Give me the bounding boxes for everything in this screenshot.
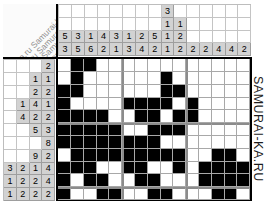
col-clue-cell: 2	[149, 43, 162, 56]
col-clue-cell: 4	[226, 43, 239, 56]
board-cell-r10c5[interactable]	[109, 174, 122, 187]
col-clue-cell: 4	[136, 43, 149, 56]
row-clue-cell: 4	[30, 99, 43, 112]
board-cell-r3c10[interactable]	[173, 85, 186, 98]
col-clue-cell: 3	[123, 43, 136, 56]
col-clue-cell: 1	[85, 31, 98, 44]
board-cell-r4c7[interactable]	[135, 98, 148, 111]
board-cell-r11c5[interactable]	[109, 187, 122, 200]
board-cell-r7c5[interactable]	[109, 136, 122, 149]
board-cell-r9c15[interactable]	[237, 162, 250, 175]
row-clue-cell: 2	[30, 175, 43, 188]
board-cell-r6c7[interactable]	[135, 123, 148, 136]
board-cell-r11c13[interactable]	[212, 187, 225, 200]
row-clue-cell	[4, 99, 17, 112]
board-cell-r1c15[interactable]	[237, 59, 250, 72]
row-clue-cell	[17, 60, 30, 73]
board-cell-r4c9[interactable]	[161, 98, 174, 111]
row-clue-cell	[17, 73, 30, 86]
board-cell-r3c13[interactable]	[212, 85, 225, 98]
row-clue-cell: 3	[4, 163, 17, 176]
board-cell-r4c1[interactable]	[58, 98, 71, 111]
board-cell-r11c12[interactable]	[199, 187, 212, 200]
board-cell-r4c12[interactable]	[199, 98, 212, 111]
col-clue-cell: 2	[200, 43, 213, 56]
col-clue-cell	[136, 18, 149, 31]
board-cell-r4c10[interactable]	[173, 98, 186, 111]
row-clue-cell	[4, 124, 17, 137]
board-cell-r9c14[interactable]	[225, 162, 238, 175]
board-cell-r2c14[interactable]	[225, 72, 238, 85]
board-cell-r9c7[interactable]	[135, 162, 148, 175]
col-clue-cell	[149, 18, 162, 31]
col-clue-cell: 3	[59, 43, 72, 56]
board-cell-r6c6[interactable]	[122, 123, 135, 136]
row-clue-cell: 1	[30, 163, 43, 176]
row-clue-cell: 2	[17, 188, 30, 201]
board-cell-r5c14[interactable]	[225, 110, 238, 123]
board-cell-r6c4[interactable]	[97, 123, 110, 136]
board-cell-r7c1[interactable]	[58, 136, 71, 149]
board-cell-r7c3[interactable]	[84, 136, 97, 149]
col-clue-cell	[226, 18, 239, 31]
board-cell-r5c1[interactable]	[58, 110, 71, 123]
row-clue-cell: 8	[42, 137, 55, 150]
nonogram-puzzle-screenshot: Samurai-ka.ru Samurai-ka.ru Samurai-ka.r…	[0, 0, 272, 201]
board-cell-r10c6[interactable]	[122, 174, 135, 187]
board-cell-r6c2[interactable]	[71, 123, 84, 136]
board-cell-r9c12[interactable]	[199, 162, 212, 175]
board-cell-r7c14[interactable]	[225, 136, 238, 149]
board-cell-r9c13[interactable]	[212, 162, 225, 175]
board-cell-r9c9[interactable]	[161, 162, 174, 175]
board-cell-r2c13[interactable]	[212, 72, 225, 85]
row-clue-cell	[4, 86, 17, 99]
board-cell-r2c9[interactable]	[161, 72, 174, 85]
row-clue-cell: 3	[42, 124, 55, 137]
board-cell-r7c10[interactable]	[173, 136, 186, 149]
col-clue-cell	[123, 18, 136, 31]
row-clue-cell: 2	[17, 175, 30, 188]
board-cell-r2c1[interactable]	[58, 72, 71, 85]
board-cell-r1c8[interactable]	[148, 59, 161, 72]
board-cell-r9c11[interactable]	[186, 162, 199, 175]
row-clue-cell: 1	[4, 175, 17, 188]
row-clue-cell	[30, 60, 43, 73]
col-clue-cell: 3	[72, 31, 85, 44]
board-cell-r6c3[interactable]	[84, 123, 97, 136]
row-clue-cell: 2	[42, 111, 55, 124]
board-cell-r3c1[interactable]	[58, 85, 71, 98]
board-cell-r10c4[interactable]	[97, 174, 110, 187]
board-cell-r1c4[interactable]	[97, 59, 110, 72]
board-cell-r5c2[interactable]	[71, 110, 84, 123]
col-clue-cell	[59, 5, 72, 18]
col-clue-cell: 1	[162, 18, 175, 31]
board-cell-r11c6[interactable]	[122, 187, 135, 200]
board-cell-r4c13[interactable]	[212, 98, 225, 111]
board-cell-r10c12[interactable]	[199, 174, 212, 187]
board-cell-r4c5[interactable]	[109, 98, 122, 111]
col-clue-cell: 4	[98, 31, 111, 44]
col-clue-cell: 1	[174, 18, 187, 31]
row-clue-cell	[4, 60, 17, 73]
col-clue-cell	[72, 5, 85, 18]
board-cell-r1c2[interactable]	[71, 59, 84, 72]
board-cell-r10c7[interactable]	[135, 174, 148, 187]
board-cell-r1c11[interactable]	[186, 59, 199, 72]
row-clue-cell: 9	[30, 150, 43, 163]
board-cell-r8c14[interactable]	[225, 149, 238, 162]
board-cell-r8c2[interactable]	[71, 149, 84, 162]
board-cell-r11c3[interactable]	[84, 187, 97, 200]
board-cell-r11c9[interactable]	[161, 187, 174, 200]
col-clue-cell: 2	[238, 43, 251, 56]
row-clue-cell: 4	[42, 163, 55, 176]
col-clue-cell	[213, 18, 226, 31]
board-cell-r5c13[interactable]	[212, 110, 225, 123]
board-cell-r3c8[interactable]	[148, 85, 161, 98]
board-cell-r11c2[interactable]	[71, 187, 84, 200]
board-cell-r5c12[interactable]	[199, 110, 212, 123]
board-cell-r7c9[interactable]	[161, 136, 174, 149]
col-clue-cell	[187, 31, 200, 44]
board-cell-r11c11[interactable]	[186, 187, 199, 200]
nonogram-board	[56, 57, 252, 201]
column-clues: 3115314312512356213421222442	[58, 4, 251, 56]
board-cell-r3c3[interactable]	[84, 85, 97, 98]
row-clue-cell	[4, 150, 17, 163]
row-clue-cell: 2	[42, 86, 55, 99]
board-cell-r6c14[interactable]	[225, 123, 238, 136]
board-cell-r9c10[interactable]	[173, 162, 186, 175]
board-cell-r8c4[interactable]	[97, 149, 110, 162]
col-clue-cell: 1	[123, 31, 136, 44]
board-cell-r5c3[interactable]	[84, 110, 97, 123]
row-clue-cell: 1	[42, 73, 55, 86]
col-clue-cell	[200, 31, 213, 44]
board-cell-r8c12[interactable]	[199, 149, 212, 162]
board-cell-r6c13[interactable]	[212, 123, 225, 136]
col-clue-cell	[187, 5, 200, 18]
col-clue-cell	[238, 18, 251, 31]
row-clue-cell	[4, 111, 17, 124]
board-cell-r8c13[interactable]	[212, 149, 225, 162]
row-clue-cell: 2	[30, 86, 43, 99]
col-clue-cell	[98, 18, 111, 31]
board-cell-r5c8[interactable]	[148, 110, 161, 123]
row-clue-cell	[30, 137, 43, 150]
board-cell-r8c6[interactable]	[122, 149, 135, 162]
board-cell-r3c2[interactable]	[71, 85, 84, 98]
row-clue-cell: 4	[42, 175, 55, 188]
board-cell-r1c10[interactable]	[173, 59, 186, 72]
board-cell-r8c8[interactable]	[148, 149, 161, 162]
board-cell-r10c3[interactable]	[84, 174, 97, 187]
board-cell-r9c6[interactable]	[122, 162, 135, 175]
row-clue-cell: 1	[4, 188, 17, 201]
col-clue-cell: 3	[162, 5, 175, 18]
row-clue-cell: 4	[17, 111, 30, 124]
board-cell-r5c5[interactable]	[109, 110, 122, 123]
board-cell-r10c13[interactable]	[212, 174, 225, 187]
col-clue-cell	[98, 5, 111, 18]
col-clue-cell	[187, 18, 200, 31]
board-cell-r3c14[interactable]	[225, 85, 238, 98]
col-clue-cell: 3	[110, 31, 123, 44]
board-cell-r2c7[interactable]	[135, 72, 148, 85]
board-cell-r10c15[interactable]	[237, 174, 250, 187]
board-cell-r7c4[interactable]	[97, 136, 110, 149]
row-clue-cell: 1	[42, 99, 55, 112]
board-cell-r3c7[interactable]	[135, 85, 148, 98]
board-cell-r3c11[interactable]	[186, 85, 199, 98]
board-cell-r8c11[interactable]	[186, 149, 199, 162]
col-clue-cell: 2	[136, 31, 149, 44]
row-clue-cell: 2	[30, 111, 43, 124]
row-clue-cell	[17, 124, 30, 137]
board-cell-r7c7[interactable]	[135, 136, 148, 149]
col-clue-cell: 5	[59, 31, 72, 44]
board-cell-r11c1[interactable]	[58, 187, 71, 200]
board-cell-r11c10[interactable]	[173, 187, 186, 200]
board-cell-r4c3[interactable]	[84, 98, 97, 111]
col-clue-cell: 2	[174, 31, 187, 44]
board-cell-r1c7[interactable]	[135, 59, 148, 72]
board-cell-r3c12[interactable]	[199, 85, 212, 98]
board-cell-r5c6[interactable]	[122, 110, 135, 123]
board-cell-r1c12[interactable]	[199, 59, 212, 72]
board-cell-r8c7[interactable]	[135, 149, 148, 162]
row-clue-cell: 2	[42, 60, 55, 73]
board-cell-r2c8[interactable]	[148, 72, 161, 85]
col-clue-cell	[226, 31, 239, 44]
board-cell-r3c15[interactable]	[237, 85, 250, 98]
board-cell-r10c1[interactable]	[58, 174, 71, 187]
row-clue-cell	[4, 73, 17, 86]
row-clue-cell: 1	[30, 73, 43, 86]
row-clue-cell: 2	[42, 150, 55, 163]
col-clue-cell	[136, 5, 149, 18]
col-clue-cell: 5	[149, 31, 162, 44]
board-cell-r11c4[interactable]	[97, 187, 110, 200]
board-cell-r4c15[interactable]	[237, 98, 250, 111]
board-cell-r1c9[interactable]	[161, 59, 174, 72]
board-cell-r6c11[interactable]	[186, 123, 199, 136]
board-cell-r1c14[interactable]	[225, 59, 238, 72]
board-cell-r10c11[interactable]	[186, 174, 199, 187]
board-cell-r5c4[interactable]	[97, 110, 110, 123]
row-clue-cell	[17, 150, 30, 163]
board-cell-r3c4[interactable]	[97, 85, 110, 98]
row-clue-cell: 1	[17, 99, 30, 112]
board-cell-r9c2[interactable]	[71, 162, 84, 175]
board-cell-r4c2[interactable]	[71, 98, 84, 111]
board-cell-r5c10[interactable]	[173, 110, 186, 123]
board-cell-r11c14[interactable]	[225, 187, 238, 200]
board-cell-r5c15[interactable]	[237, 110, 250, 123]
col-clue-cell	[123, 5, 136, 18]
col-clue-cell	[85, 5, 98, 18]
row-clue-cell: 2	[30, 188, 43, 201]
board-cell-r4c8[interactable]	[148, 98, 161, 111]
board-cell-r1c5[interactable]	[109, 59, 122, 72]
board-cell-r4c6[interactable]	[122, 98, 135, 111]
board-cell-r4c11[interactable]	[186, 98, 199, 111]
board-cell-r7c6[interactable]	[122, 136, 135, 149]
col-clue-cell	[174, 5, 187, 18]
row-clue-cell	[17, 86, 30, 99]
row-clue-cell	[4, 137, 17, 150]
col-clue-cell	[238, 5, 251, 18]
col-clue-cell: 1	[162, 31, 175, 44]
board-cell-r7c8[interactable]	[148, 136, 161, 149]
col-clue-cell	[238, 31, 251, 44]
board-cell-r4c14[interactable]	[225, 98, 238, 111]
board-cell-r6c8[interactable]	[148, 123, 161, 136]
board-cell-r8c15[interactable]	[237, 149, 250, 162]
col-clue-cell: 1	[162, 43, 175, 56]
board-cell-r8c9[interactable]	[161, 149, 174, 162]
board-cell-r5c11[interactable]	[186, 110, 199, 123]
col-clue-cell	[149, 5, 162, 18]
board-cell-r10c8[interactable]	[148, 174, 161, 187]
board-cell-r6c5[interactable]	[109, 123, 122, 136]
site-watermark: SAMURAI-KA.RU	[251, 76, 265, 182]
board-cell-r2c15[interactable]	[237, 72, 250, 85]
row-clue-cell	[17, 137, 30, 150]
board-cell-r9c8[interactable]	[148, 162, 161, 175]
board-cell-r3c9[interactable]	[161, 85, 174, 98]
board-cell-r2c10[interactable]	[173, 72, 186, 85]
col-clue-cell	[72, 18, 85, 31]
board-cell-r1c13[interactable]	[212, 59, 225, 72]
board-cell-r10c14[interactable]	[225, 174, 238, 187]
board-cell-r3c6[interactable]	[122, 85, 135, 98]
board-cell-r9c4[interactable]	[97, 162, 110, 175]
board-cell-r5c7[interactable]	[135, 110, 148, 123]
row-clues: 2112214142253892321412241222	[3, 59, 55, 201]
board-cell-r2c11[interactable]	[186, 72, 199, 85]
col-clue-cell: 6	[85, 43, 98, 56]
col-clue-cell: 2	[98, 43, 111, 56]
row-clue-cell: 2	[17, 163, 30, 176]
board-cell-r1c1[interactable]	[58, 59, 71, 72]
board-cell-r9c1[interactable]	[58, 162, 71, 175]
corner-watermark: Samurai-ka.ru Samurai-ka.ru Samurai-ka.r…	[3, 4, 58, 59]
board-cell-r11c8[interactable]	[148, 187, 161, 200]
col-clue-cell	[213, 31, 226, 44]
board-cell-r11c15[interactable]	[237, 187, 250, 200]
board-cell-r6c1[interactable]	[58, 123, 71, 136]
board-cell-r6c10[interactable]	[173, 123, 186, 136]
board-cell-r6c15[interactable]	[237, 123, 250, 136]
col-clue-cell: 5	[72, 43, 85, 56]
board-cell-r2c4[interactable]	[97, 72, 110, 85]
corner-watermark-text: Samurai-ka.ru Samurai-ka.ru Samurai-ka.r…	[3, 4, 58, 59]
board-cell-r10c10[interactable]	[173, 174, 186, 187]
col-clue-cell	[110, 18, 123, 31]
col-clue-cell: 1	[110, 43, 123, 56]
board-cell-r2c12[interactable]	[199, 72, 212, 85]
col-clue-cell: 2	[187, 43, 200, 56]
board-cell-r2c3[interactable]	[84, 72, 97, 85]
board-cell-r6c9[interactable]	[161, 123, 174, 136]
board-cell-r10c9[interactable]	[161, 174, 174, 187]
col-clue-cell: 4	[213, 43, 226, 56]
col-clue-cell	[110, 5, 123, 18]
board-cell-r8c3[interactable]	[84, 149, 97, 162]
board-cell-r6c12[interactable]	[199, 123, 212, 136]
board-cell-r4c4[interactable]	[97, 98, 110, 111]
col-clue-cell	[200, 18, 213, 31]
col-clue-cell	[85, 18, 98, 31]
board-cell-r8c1[interactable]	[58, 149, 71, 162]
board-cell-r2c6[interactable]	[122, 72, 135, 85]
board-cell-r7c12[interactable]	[199, 136, 212, 149]
board-cell-r9c5[interactable]	[109, 162, 122, 175]
row-clue-cell: 5	[30, 124, 43, 137]
board-cell-r2c5[interactable]	[109, 72, 122, 85]
col-clue-cell	[226, 5, 239, 18]
board-cell-r11c7[interactable]	[135, 187, 148, 200]
col-clue-cell: 2	[174, 43, 187, 56]
board-cell-r3c5[interactable]	[109, 85, 122, 98]
board-cell-r7c11[interactable]	[186, 136, 199, 149]
board-cell-r8c5[interactable]	[109, 149, 122, 162]
board-cell-r1c6[interactable]	[122, 59, 135, 72]
row-clue-cell: 2	[42, 188, 55, 201]
board-cell-r1c3[interactable]	[84, 59, 97, 72]
board-cell-r7c2[interactable]	[71, 136, 84, 149]
col-clue-cell	[59, 18, 72, 31]
board-cell-r8c10[interactable]	[173, 149, 186, 162]
board-cell-r2c2[interactable]	[71, 72, 84, 85]
board-cell-r7c15[interactable]	[237, 136, 250, 149]
board-cell-r5c9[interactable]	[161, 110, 174, 123]
col-clue-cell	[213, 5, 226, 18]
board-cell-r9c3[interactable]	[84, 162, 97, 175]
col-clue-cell	[200, 5, 213, 18]
board-cell-r7c13[interactable]	[212, 136, 225, 149]
board-cell-r10c2[interactable]	[71, 174, 84, 187]
